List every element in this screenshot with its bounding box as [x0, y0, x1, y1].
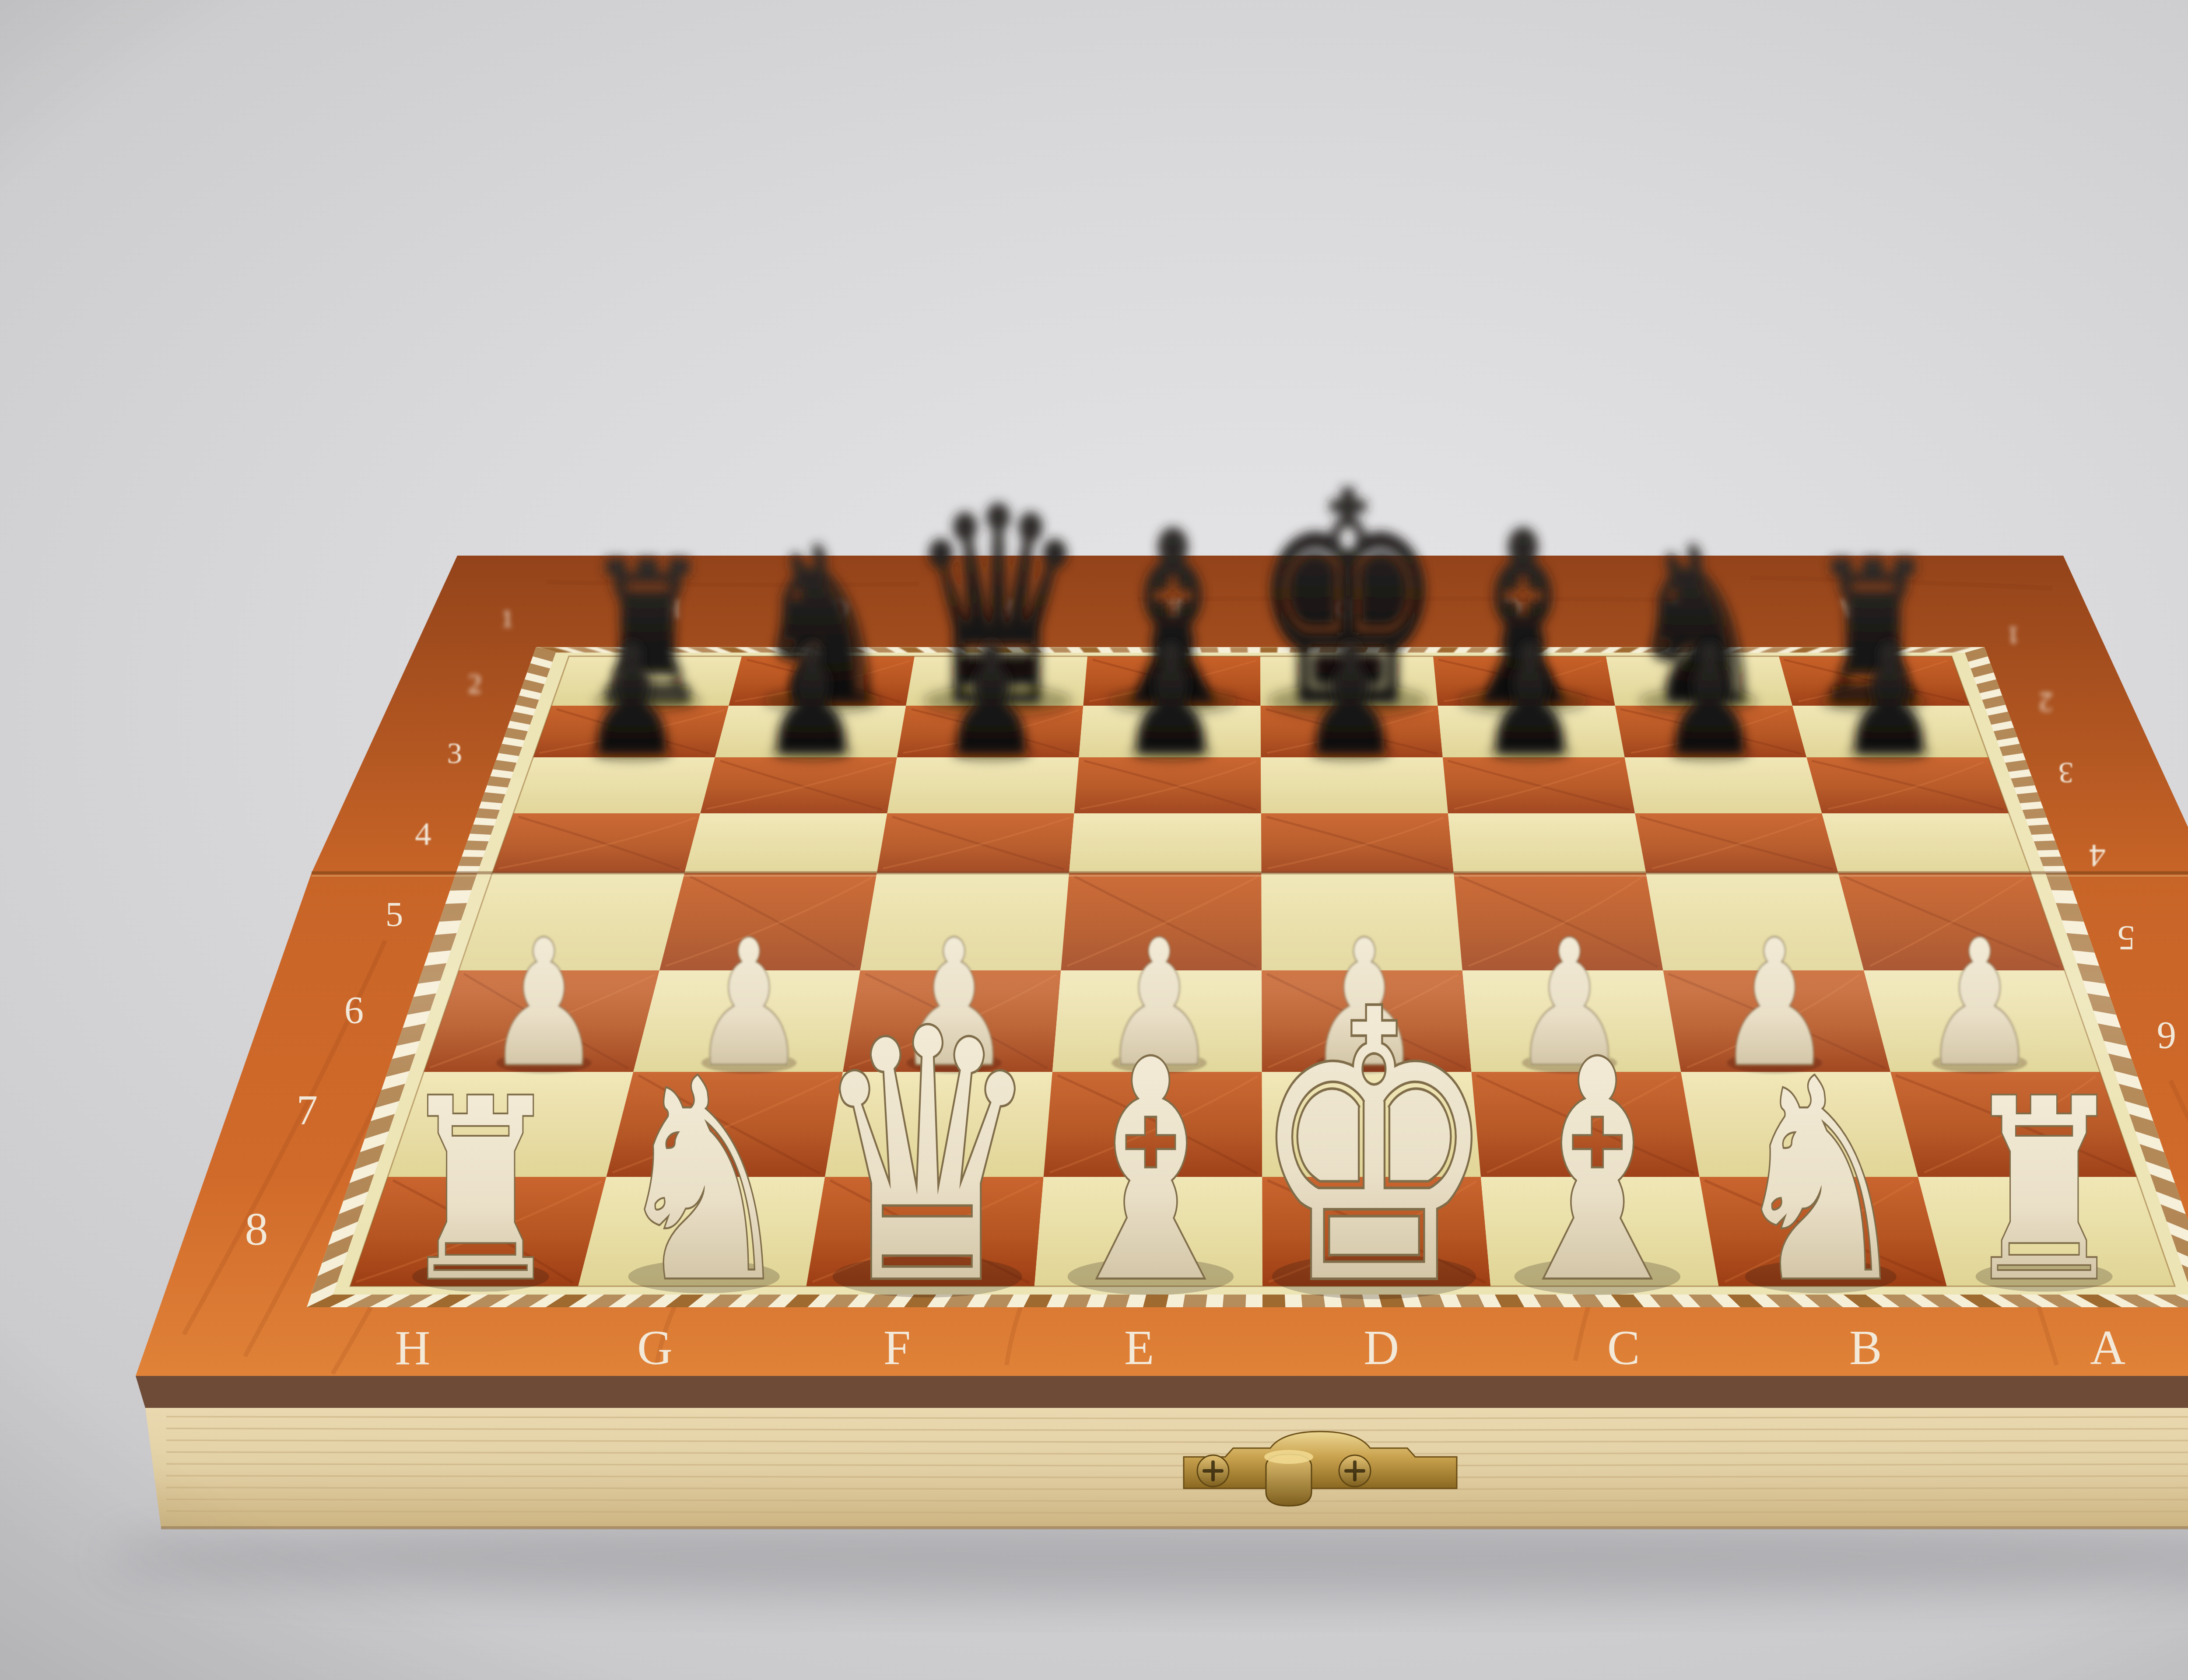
- photo-stage: HGFEDCBAHGFEDCBA1122334455667788♜♞♛♝♚♝♞♜…: [0, 0, 2188, 1680]
- vignette: [0, 0, 2188, 1680]
- chessboard-photo: HGFEDCBAHGFEDCBA1122334455667788♜♞♛♝♚♝♞♜…: [0, 0, 2188, 1680]
